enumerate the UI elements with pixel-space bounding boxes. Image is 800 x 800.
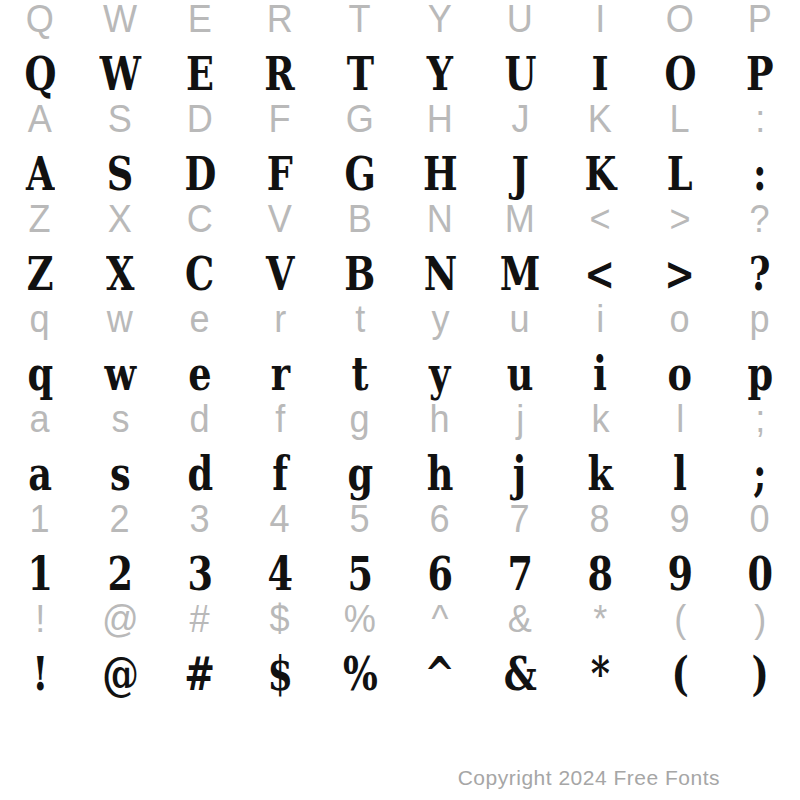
glyph: O bbox=[666, 0, 694, 41]
glyph: A bbox=[28, 98, 52, 141]
glyph-cell: 7 bbox=[480, 550, 560, 600]
glyph-cell: X bbox=[80, 200, 160, 250]
glyph: 4 bbox=[267, 546, 293, 601]
glyph-cell: ^ bbox=[400, 650, 480, 700]
glyph: t bbox=[352, 346, 369, 401]
glyph-cell: ! bbox=[0, 650, 80, 700]
glyph-cell: u bbox=[480, 350, 560, 400]
glyph-cell: ( bbox=[640, 600, 720, 650]
glyph-cell: C bbox=[160, 200, 240, 250]
glyph: U bbox=[507, 0, 533, 41]
glyph-cell: 2 bbox=[80, 550, 160, 600]
glyph-cell: 4 bbox=[240, 550, 320, 600]
glyph: V bbox=[266, 246, 294, 301]
glyph: i bbox=[596, 298, 604, 341]
glyph-cell: w bbox=[80, 350, 160, 400]
glyph: Y bbox=[428, 0, 452, 41]
glyph: t bbox=[355, 298, 365, 341]
glyph: A bbox=[26, 146, 54, 201]
glyph-cell: l bbox=[640, 450, 720, 500]
glyph-cell: 6 bbox=[400, 550, 480, 600]
glyph: $ bbox=[270, 598, 290, 641]
glyph: e bbox=[190, 298, 210, 341]
specimen-row-3: ASDFGHJKL: bbox=[0, 150, 800, 200]
glyph-cell: 7 bbox=[480, 500, 560, 550]
glyph: R bbox=[267, 0, 293, 41]
glyph: 6 bbox=[430, 498, 450, 541]
glyph-cell: L bbox=[640, 100, 720, 150]
glyph-cell: r bbox=[240, 300, 320, 350]
glyph: Z bbox=[27, 246, 54, 301]
glyph: D bbox=[187, 98, 213, 141]
glyph-cell: A bbox=[0, 100, 80, 150]
glyph: Q bbox=[24, 46, 56, 101]
glyph: 6 bbox=[427, 546, 453, 601]
specimen-row-9: asdfghjkl; bbox=[0, 450, 800, 500]
glyph: T bbox=[349, 0, 371, 41]
glyph-cell: : bbox=[720, 100, 800, 150]
glyph: 2 bbox=[107, 546, 133, 601]
glyph-cell: E bbox=[160, 50, 240, 100]
glyph-cell: 0 bbox=[720, 500, 800, 550]
glyph-cell: i bbox=[560, 300, 640, 350]
glyph-cell: g bbox=[320, 400, 400, 450]
glyph: ? bbox=[750, 198, 770, 241]
glyph: f bbox=[272, 446, 288, 501]
glyph-cell: < bbox=[560, 200, 640, 250]
glyph: ! bbox=[35, 598, 45, 641]
glyph-cell: Q bbox=[0, 50, 80, 100]
glyph: h bbox=[427, 446, 454, 501]
glyph-cell: 3 bbox=[160, 500, 240, 550]
glyph: : bbox=[755, 98, 765, 141]
glyph: F bbox=[269, 98, 291, 141]
glyph-cell: e bbox=[160, 300, 240, 350]
glyph-cell: O bbox=[640, 0, 720, 50]
glyph: o bbox=[670, 298, 690, 341]
glyph: $ bbox=[267, 646, 293, 701]
copyright-text: Copyright 2024 Free Fonts bbox=[458, 766, 720, 790]
glyph: O bbox=[664, 46, 696, 101]
glyph: o bbox=[668, 346, 692, 401]
glyph: k bbox=[591, 398, 609, 441]
glyph: N bbox=[423, 246, 457, 301]
glyph-cell: H bbox=[400, 100, 480, 150]
glyph-cell: K bbox=[560, 150, 640, 200]
glyph-cell: Q bbox=[0, 0, 80, 50]
glyph: > bbox=[669, 198, 690, 241]
glyph: q bbox=[30, 298, 50, 341]
glyph-cell: Y bbox=[400, 0, 480, 50]
glyph-cell: & bbox=[480, 650, 560, 700]
glyph-cell: 1 bbox=[0, 500, 80, 550]
specimen-row-10: 1234567890 bbox=[0, 500, 800, 550]
glyph-cell: & bbox=[480, 600, 560, 650]
glyph: e bbox=[188, 346, 211, 401]
glyph: % bbox=[344, 598, 376, 641]
glyph-cell: V bbox=[240, 200, 320, 250]
glyph-cell: j bbox=[480, 450, 560, 500]
glyph: 5 bbox=[347, 546, 373, 601]
glyph-cell: o bbox=[640, 350, 720, 400]
glyph: G bbox=[344, 146, 375, 201]
glyph: u bbox=[507, 346, 534, 401]
glyph-cell: 9 bbox=[640, 500, 720, 550]
glyph: w bbox=[104, 346, 136, 401]
glyph-cell: 5 bbox=[320, 550, 400, 600]
glyph: a bbox=[28, 446, 52, 501]
glyph: D bbox=[184, 146, 216, 201]
glyph-cell: Z bbox=[0, 200, 80, 250]
glyph-cell: ) bbox=[720, 650, 800, 700]
glyph-cell: R bbox=[240, 0, 320, 50]
glyph-cell: ? bbox=[720, 200, 800, 250]
glyph-cell: J bbox=[480, 150, 560, 200]
glyph-cell: a bbox=[0, 400, 80, 450]
glyph: ( bbox=[671, 646, 688, 701]
glyph: * bbox=[593, 598, 607, 641]
glyph: W bbox=[103, 0, 137, 41]
glyph-cell: 0 bbox=[720, 550, 800, 600]
glyph: > bbox=[665, 246, 696, 301]
glyph-cell: ; bbox=[720, 450, 800, 500]
glyph-cell: Y bbox=[400, 50, 480, 100]
glyph: 3 bbox=[187, 546, 213, 601]
glyph: ? bbox=[749, 246, 770, 301]
glyph-cell: % bbox=[320, 650, 400, 700]
glyph-cell: B bbox=[320, 250, 400, 300]
specimen-row-13: !@#$%^&*() bbox=[0, 650, 800, 700]
glyph: J bbox=[511, 146, 528, 201]
glyph-cell: s bbox=[80, 400, 160, 450]
glyph-cell: i bbox=[560, 350, 640, 400]
glyph: G bbox=[346, 98, 374, 141]
glyph: 3 bbox=[190, 498, 210, 541]
glyph: ! bbox=[32, 646, 48, 701]
glyph-cell: p bbox=[720, 350, 800, 400]
glyph-cell: g bbox=[320, 450, 400, 500]
glyph: p bbox=[750, 298, 770, 341]
glyph-cell: k bbox=[560, 400, 640, 450]
glyph: s bbox=[111, 398, 129, 441]
glyph-cell: r bbox=[240, 350, 320, 400]
glyph: y bbox=[431, 298, 449, 341]
glyph: B bbox=[344, 246, 375, 301]
glyph-cell: D bbox=[160, 150, 240, 200]
specimen-row-6: qwertyuiop bbox=[0, 300, 800, 350]
glyph-cell: 6 bbox=[400, 500, 480, 550]
glyph-cell: d bbox=[160, 400, 240, 450]
glyph-cell: X bbox=[80, 250, 160, 300]
glyph: H bbox=[423, 146, 458, 201]
glyph: R bbox=[265, 46, 295, 101]
glyph-cell: M bbox=[480, 200, 560, 250]
glyph-cell: p bbox=[720, 300, 800, 350]
specimen-row-8: asdfghjkl; bbox=[0, 400, 800, 450]
glyph-cell: W bbox=[80, 50, 160, 100]
glyph: 0 bbox=[747, 546, 773, 601]
specimen-row-1: QWERTYUIOP bbox=[0, 50, 800, 100]
glyph: 4 bbox=[270, 498, 290, 541]
glyph-cell: y bbox=[400, 350, 480, 400]
glyph-cell: L bbox=[640, 150, 720, 200]
glyph: p bbox=[747, 346, 773, 401]
glyph-cell: G bbox=[320, 150, 400, 200]
glyph: a bbox=[30, 398, 50, 441]
glyph: P bbox=[748, 0, 772, 41]
specimen-row-0: QWERTYUIOP bbox=[0, 0, 800, 50]
glyph: E bbox=[186, 46, 214, 101]
glyph: B bbox=[348, 198, 372, 241]
glyph-cell: J bbox=[480, 100, 560, 150]
glyph: 9 bbox=[667, 546, 693, 601]
glyph: u bbox=[510, 298, 530, 341]
glyph-cell: f bbox=[240, 400, 320, 450]
glyph-cell: ) bbox=[720, 600, 800, 650]
glyph: s bbox=[110, 446, 131, 501]
glyph: L bbox=[667, 146, 693, 201]
glyph-cell: A bbox=[0, 150, 80, 200]
glyph: i bbox=[593, 346, 607, 401]
glyph-cell: ^ bbox=[400, 600, 480, 650]
glyph: : bbox=[753, 146, 767, 201]
specimen-row-12: !@#$%^&*() bbox=[0, 600, 800, 650]
glyph-cell: o bbox=[640, 300, 720, 350]
glyph: # bbox=[185, 646, 216, 701]
glyph: ( bbox=[674, 598, 686, 641]
glyph: h bbox=[430, 398, 450, 441]
glyph: & bbox=[508, 598, 532, 641]
glyph-cell: 9 bbox=[640, 550, 720, 600]
glyph-cell: F bbox=[240, 100, 320, 150]
glyph: N bbox=[427, 198, 453, 241]
glyph: P bbox=[746, 46, 774, 101]
glyph-cell: P bbox=[720, 0, 800, 50]
glyph: V bbox=[268, 198, 292, 241]
glyph-cell: $ bbox=[240, 600, 320, 650]
glyph-cell: f bbox=[240, 450, 320, 500]
glyph-cell: # bbox=[160, 650, 240, 700]
glyph: @ bbox=[102, 646, 139, 701]
glyph: S bbox=[108, 98, 132, 141]
glyph: ^ bbox=[432, 598, 449, 641]
glyph-cell: ; bbox=[720, 400, 800, 450]
glyph: 7 bbox=[510, 498, 530, 541]
glyph-cell: S bbox=[80, 150, 160, 200]
glyph-cell: q bbox=[0, 350, 80, 400]
glyph: l bbox=[676, 398, 684, 441]
glyph-cell: h bbox=[400, 450, 480, 500]
glyph: % bbox=[343, 646, 378, 701]
glyph: ^ bbox=[425, 646, 456, 701]
glyph-cell: e bbox=[160, 350, 240, 400]
glyph: K bbox=[584, 146, 616, 201]
glyph-cell: : bbox=[720, 150, 800, 200]
glyph-cell: C bbox=[160, 250, 240, 300]
glyph-cell: N bbox=[400, 200, 480, 250]
glyph-cell: 8 bbox=[560, 500, 640, 550]
glyph-cell: 4 bbox=[240, 500, 320, 550]
glyph-cell: Z bbox=[0, 250, 80, 300]
glyph-cell: l bbox=[640, 400, 720, 450]
glyph-cell: t bbox=[320, 300, 400, 350]
glyph: y bbox=[429, 346, 450, 401]
glyph-cell: I bbox=[560, 50, 640, 100]
glyph: 8 bbox=[587, 546, 613, 601]
glyph: & bbox=[503, 646, 536, 701]
specimen-grid: QWERTYUIOPQWERTYUIOPASDFGHJKL:ASDFGHJKL:… bbox=[0, 0, 800, 700]
glyph: ) bbox=[751, 646, 768, 701]
glyph: * bbox=[590, 646, 609, 701]
glyph: H bbox=[427, 98, 453, 141]
glyph: U bbox=[504, 46, 536, 101]
glyph-cell: M bbox=[480, 250, 560, 300]
glyph: ; bbox=[753, 446, 767, 501]
glyph: g bbox=[350, 398, 370, 441]
glyph: W bbox=[99, 46, 140, 101]
specimen-row-4: ZXCVBNM<>? bbox=[0, 200, 800, 250]
glyph-cell: > bbox=[640, 250, 720, 300]
glyph-cell: s bbox=[80, 450, 160, 500]
glyph-cell: y bbox=[400, 300, 480, 350]
glyph: M bbox=[505, 198, 535, 241]
glyph-cell: T bbox=[320, 50, 400, 100]
glyph: M bbox=[500, 246, 541, 301]
glyph: q bbox=[27, 346, 53, 401]
glyph: 8 bbox=[590, 498, 610, 541]
glyph: j bbox=[513, 446, 526, 501]
glyph-cell: ( bbox=[640, 650, 720, 700]
glyph: d bbox=[187, 446, 213, 501]
glyph-cell: @ bbox=[80, 600, 160, 650]
specimen-row-11: 1234567890 bbox=[0, 550, 800, 600]
glyph: T bbox=[346, 46, 373, 101]
glyph: I bbox=[591, 46, 608, 101]
glyph-cell: 3 bbox=[160, 550, 240, 600]
glyph-cell: t bbox=[320, 350, 400, 400]
glyph: 2 bbox=[110, 498, 130, 541]
glyph: C bbox=[185, 246, 214, 301]
glyph: ; bbox=[755, 398, 765, 441]
glyph-cell: P bbox=[720, 50, 800, 100]
glyph-cell: F bbox=[240, 150, 320, 200]
glyph-cell: K bbox=[560, 100, 640, 150]
glyph-cell: @ bbox=[80, 650, 160, 700]
glyph-cell: % bbox=[320, 600, 400, 650]
glyph-cell: R bbox=[240, 50, 320, 100]
glyph-cell: 1 bbox=[0, 550, 80, 600]
glyph-cell: u bbox=[480, 300, 560, 350]
glyph: < bbox=[589, 198, 610, 241]
glyph-cell: d bbox=[160, 450, 240, 500]
glyph-cell: E bbox=[160, 0, 240, 50]
glyph-cell: 2 bbox=[80, 500, 160, 550]
glyph-cell: $ bbox=[240, 650, 320, 700]
glyph: X bbox=[106, 246, 134, 301]
glyph-cell: U bbox=[480, 50, 560, 100]
glyph: r bbox=[274, 298, 286, 341]
glyph-cell: 5 bbox=[320, 500, 400, 550]
glyph-cell: * bbox=[560, 600, 640, 650]
glyph: 0 bbox=[750, 498, 770, 541]
glyph: F bbox=[267, 146, 293, 201]
specimen-row-2: ASDFGHJKL: bbox=[0, 100, 800, 150]
glyph-cell: k bbox=[560, 450, 640, 500]
glyph: 5 bbox=[350, 498, 370, 541]
glyph: d bbox=[190, 398, 210, 441]
glyph: j bbox=[516, 398, 524, 441]
glyph-cell: > bbox=[640, 200, 720, 250]
glyph-cell: N bbox=[400, 250, 480, 300]
glyph: X bbox=[108, 198, 132, 241]
glyph: I bbox=[595, 0, 605, 41]
glyph: @ bbox=[102, 598, 139, 641]
glyph-cell: G bbox=[320, 100, 400, 150]
glyph: l bbox=[673, 446, 687, 501]
glyph: ) bbox=[754, 598, 766, 641]
glyph-cell: S bbox=[80, 100, 160, 150]
glyph-cell: 8 bbox=[560, 550, 640, 600]
glyph: g bbox=[347, 446, 373, 501]
glyph: K bbox=[588, 98, 612, 141]
glyph-cell: ! bbox=[0, 600, 80, 650]
glyph-cell: U bbox=[480, 0, 560, 50]
glyph-cell: a bbox=[0, 450, 80, 500]
glyph-cell: I bbox=[560, 0, 640, 50]
glyph: Z bbox=[29, 198, 51, 241]
glyph-cell: # bbox=[160, 600, 240, 650]
glyph: E bbox=[188, 0, 212, 41]
glyph-cell: D bbox=[160, 100, 240, 150]
glyph-cell: h bbox=[400, 400, 480, 450]
glyph-cell: T bbox=[320, 0, 400, 50]
glyph-cell: ? bbox=[720, 250, 800, 300]
glyph-cell: < bbox=[560, 250, 640, 300]
glyph: 1 bbox=[30, 498, 50, 541]
glyph: Q bbox=[26, 0, 54, 41]
glyph-cell: q bbox=[0, 300, 80, 350]
glyph-cell: B bbox=[320, 200, 400, 250]
glyph: w bbox=[107, 298, 133, 341]
glyph-cell: * bbox=[560, 650, 640, 700]
glyph: C bbox=[187, 198, 213, 241]
glyph: r bbox=[270, 346, 289, 401]
glyph: < bbox=[585, 246, 616, 301]
specimen-row-5: ZXCVBNM<>? bbox=[0, 250, 800, 300]
glyph: k bbox=[587, 446, 612, 501]
glyph: # bbox=[190, 598, 210, 641]
glyph-cell: O bbox=[640, 50, 720, 100]
glyph-cell: j bbox=[480, 400, 560, 450]
glyph-cell: W bbox=[80, 0, 160, 50]
glyph: f bbox=[275, 398, 285, 441]
glyph-cell: V bbox=[240, 250, 320, 300]
specimen-row-7: qwertyuiop bbox=[0, 350, 800, 400]
glyph: S bbox=[107, 146, 133, 201]
glyph-cell: w bbox=[80, 300, 160, 350]
glyph: 7 bbox=[507, 546, 533, 601]
glyph: 9 bbox=[670, 498, 690, 541]
glyph: L bbox=[670, 98, 690, 141]
glyph: 1 bbox=[27, 546, 53, 601]
glyph: Y bbox=[427, 46, 453, 101]
glyph: J bbox=[511, 98, 529, 141]
glyph-cell: H bbox=[400, 150, 480, 200]
